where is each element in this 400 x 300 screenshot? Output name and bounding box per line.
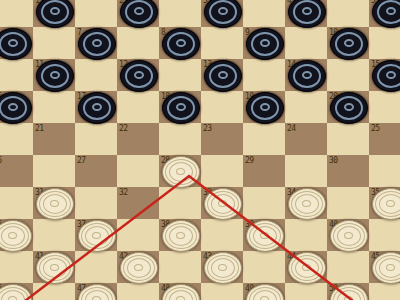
square-42[interactable]: 42: [117, 251, 159, 283]
light-square: [0, 123, 33, 155]
black-man-16[interactable]: [0, 92, 32, 124]
light-square: [0, 251, 33, 283]
square-39[interactable]: 39: [243, 219, 285, 251]
light-square: [33, 283, 75, 300]
square-19[interactable]: 19: [243, 91, 285, 123]
light-square: [117, 283, 159, 300]
light-square: [327, 251, 369, 283]
square-40[interactable]: 40: [327, 219, 369, 251]
square-30[interactable]: 30: [327, 155, 369, 187]
light-square: [117, 91, 159, 123]
light-square: [201, 283, 243, 300]
light-square: [327, 123, 369, 155]
square-number: 30: [329, 156, 338, 165]
square-number: 23: [203, 124, 212, 133]
square-1[interactable]: 1: [33, 0, 75, 27]
light-square: [243, 123, 285, 155]
white-man-35[interactable]: [372, 188, 400, 220]
square-50[interactable]: 50: [327, 283, 369, 300]
light-square: [243, 0, 285, 27]
square-18[interactable]: 18: [159, 91, 201, 123]
white-man-33[interactable]: [204, 188, 242, 220]
square-8[interactable]: 8: [159, 27, 201, 59]
light-square: [75, 251, 117, 283]
white-man-38[interactable]: [162, 220, 200, 252]
light-square: [75, 123, 117, 155]
light-square: [327, 59, 369, 91]
square-35[interactable]: 35: [369, 187, 400, 219]
square-number: 25: [371, 124, 380, 133]
square-25[interactable]: 25: [369, 123, 400, 155]
black-man-2[interactable]: [120, 0, 158, 28]
light-square: [327, 187, 369, 219]
square-15[interactable]: 15: [369, 59, 400, 91]
light-square: [201, 91, 243, 123]
light-square: [243, 187, 285, 219]
black-man-11[interactable]: [36, 60, 74, 92]
light-square: [33, 219, 75, 251]
light-square: [285, 283, 327, 300]
light-square: [201, 155, 243, 187]
black-man-8[interactable]: [162, 28, 200, 60]
square-17[interactable]: 17: [75, 91, 117, 123]
white-man-43[interactable]: [204, 252, 242, 284]
square-3[interactable]: 3: [201, 0, 243, 27]
light-square: [117, 27, 159, 59]
square-33[interactable]: 33: [201, 187, 243, 219]
light-square: [33, 91, 75, 123]
square-27[interactable]: 27: [75, 155, 117, 187]
white-man-37[interactable]: [78, 220, 116, 252]
white-man-40[interactable]: [330, 220, 368, 252]
light-square: [285, 155, 327, 187]
light-square: [0, 187, 33, 219]
square-21[interactable]: 21: [33, 123, 75, 155]
light-square: [117, 155, 159, 187]
light-square: [33, 27, 75, 59]
light-square: [243, 251, 285, 283]
square-number: 21: [35, 124, 44, 133]
white-man-41[interactable]: [36, 252, 74, 284]
square-29[interactable]: 29: [243, 155, 285, 187]
square-16[interactable]: 16: [0, 91, 33, 123]
square-13[interactable]: 13: [201, 59, 243, 91]
black-man-5[interactable]: [372, 0, 400, 28]
light-square: [159, 187, 201, 219]
square-28[interactable]: 28: [159, 155, 201, 187]
square-20[interactable]: 20: [327, 91, 369, 123]
square-number: 27: [77, 156, 86, 165]
light-square: [0, 59, 33, 91]
black-man-14[interactable]: [288, 60, 326, 92]
black-man-1[interactable]: [36, 0, 74, 28]
black-man-4[interactable]: [288, 0, 326, 28]
light-square: [285, 27, 327, 59]
light-square: [327, 0, 369, 27]
square-31[interactable]: 31: [33, 187, 75, 219]
square-24[interactable]: 24: [285, 123, 327, 155]
square-number: 22: [119, 124, 128, 133]
square-5[interactable]: 5: [369, 0, 400, 27]
light-square: [117, 219, 159, 251]
white-man-45[interactable]: [372, 252, 400, 284]
square-32[interactable]: 32: [117, 187, 159, 219]
white-man-34[interactable]: [288, 188, 326, 220]
light-square: [285, 219, 327, 251]
draughts-board: 1234567891011121314151617181920212223242…: [0, 0, 400, 300]
square-36[interactable]: 36: [0, 219, 33, 251]
square-38[interactable]: 38: [159, 219, 201, 251]
white-man-44[interactable]: [288, 252, 326, 284]
black-man-10[interactable]: [330, 28, 368, 60]
black-man-7[interactable]: [78, 28, 116, 60]
square-34[interactable]: 34: [285, 187, 327, 219]
light-square: [369, 155, 400, 187]
light-square: [159, 59, 201, 91]
light-square: [75, 187, 117, 219]
black-man-13[interactable]: [204, 60, 242, 92]
light-square: [201, 27, 243, 59]
white-man-28[interactable]: [162, 156, 200, 188]
square-2[interactable]: 2: [117, 0, 159, 27]
light-square: [243, 59, 285, 91]
light-square: [75, 0, 117, 27]
square-number: 26: [0, 156, 2, 165]
light-square: [201, 219, 243, 251]
black-man-3[interactable]: [204, 0, 242, 28]
light-square: [75, 59, 117, 91]
square-14[interactable]: 14: [285, 59, 327, 91]
light-square: [369, 219, 400, 251]
square-41[interactable]: 41: [33, 251, 75, 283]
square-37[interactable]: 37: [75, 219, 117, 251]
white-man-31[interactable]: [36, 188, 74, 220]
square-49[interactable]: 49: [243, 283, 285, 300]
square-6[interactable]: 6: [0, 27, 33, 59]
white-man-46[interactable]: [0, 284, 32, 300]
light-square: [369, 283, 400, 300]
black-man-18[interactable]: [162, 92, 200, 124]
square-number: 29: [245, 156, 254, 165]
square-47[interactable]: 47: [75, 283, 117, 300]
white-man-39[interactable]: [246, 220, 284, 252]
light-square: [369, 27, 400, 59]
square-11[interactable]: 11: [33, 59, 75, 91]
square-23[interactable]: 23: [201, 123, 243, 155]
light-square: [159, 123, 201, 155]
square-9[interactable]: 9: [243, 27, 285, 59]
black-man-19[interactable]: [246, 92, 284, 124]
square-48[interactable]: 48: [159, 283, 201, 300]
black-man-9[interactable]: [246, 28, 284, 60]
square-10[interactable]: 10: [327, 27, 369, 59]
square-number: 24: [287, 124, 296, 133]
square-22[interactable]: 22: [117, 123, 159, 155]
light-square: [159, 251, 201, 283]
light-square: [159, 0, 201, 27]
light-square: [33, 155, 75, 187]
square-26[interactable]: 26: [0, 155, 33, 187]
square-44[interactable]: 44: [285, 251, 327, 283]
square-number: 32: [119, 188, 128, 197]
square-45[interactable]: 45: [369, 251, 400, 283]
black-man-17[interactable]: [78, 92, 116, 124]
light-square: [369, 91, 400, 123]
square-43[interactable]: 43: [201, 251, 243, 283]
black-man-6[interactable]: [0, 28, 32, 60]
light-square: [0, 0, 33, 27]
square-46[interactable]: 46: [0, 283, 33, 300]
draughts-board-viewport: 1234567891011121314151617181920212223242…: [0, 0, 400, 300]
white-man-42[interactable]: [120, 252, 158, 284]
black-man-20[interactable]: [330, 92, 368, 124]
square-12[interactable]: 12: [117, 59, 159, 91]
light-square: [285, 91, 327, 123]
square-7[interactable]: 7: [75, 27, 117, 59]
square-4[interactable]: 4: [285, 0, 327, 27]
black-man-12[interactable]: [120, 60, 158, 92]
white-man-36[interactable]: [0, 220, 32, 252]
black-man-15[interactable]: [372, 60, 400, 92]
